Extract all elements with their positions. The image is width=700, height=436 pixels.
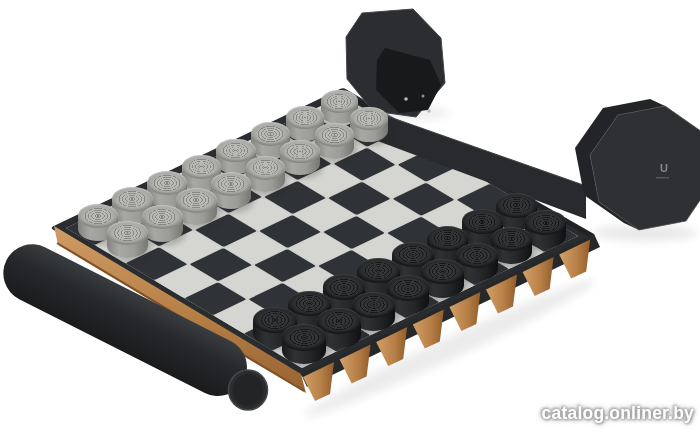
rivet	[427, 109, 431, 113]
storage-tube	[0, 234, 267, 410]
scene-decor: U	[0, 0, 700, 436]
stand-strap	[367, 109, 586, 219]
stand-right-octagon: U	[575, 99, 700, 230]
umbra-logo: U	[660, 162, 668, 174]
watermark: catalog.onliner.by	[542, 403, 694, 424]
product-photo: U catalog.onliner.by	[0, 0, 700, 436]
rivet	[404, 97, 408, 101]
rivet	[422, 95, 425, 98]
logo-subtext-bar	[656, 177, 669, 178]
